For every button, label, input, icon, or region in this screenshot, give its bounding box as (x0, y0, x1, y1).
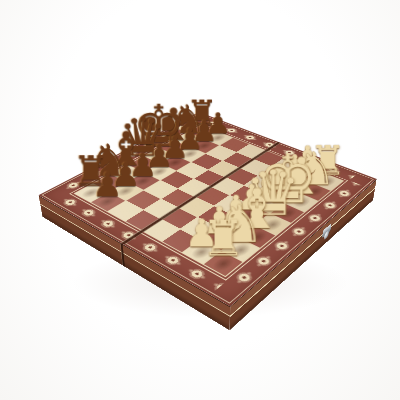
square-a1[interactable]: ♜ (204, 251, 242, 276)
square-e5[interactable] (194, 170, 226, 187)
product-photo-scene: ♜♞♝♛♚♝♞♜♟♟♟♟♟♟♟♟♟♟♟♟♟♟♟♟♜♞♝♛♚♝♞♜ (0, 0, 400, 400)
fold-seam-side (120, 242, 125, 267)
white-rook[interactable]: ♜ (201, 214, 245, 263)
clasp-icon (322, 223, 331, 238)
black-pawn[interactable]: ♟ (93, 167, 124, 201)
